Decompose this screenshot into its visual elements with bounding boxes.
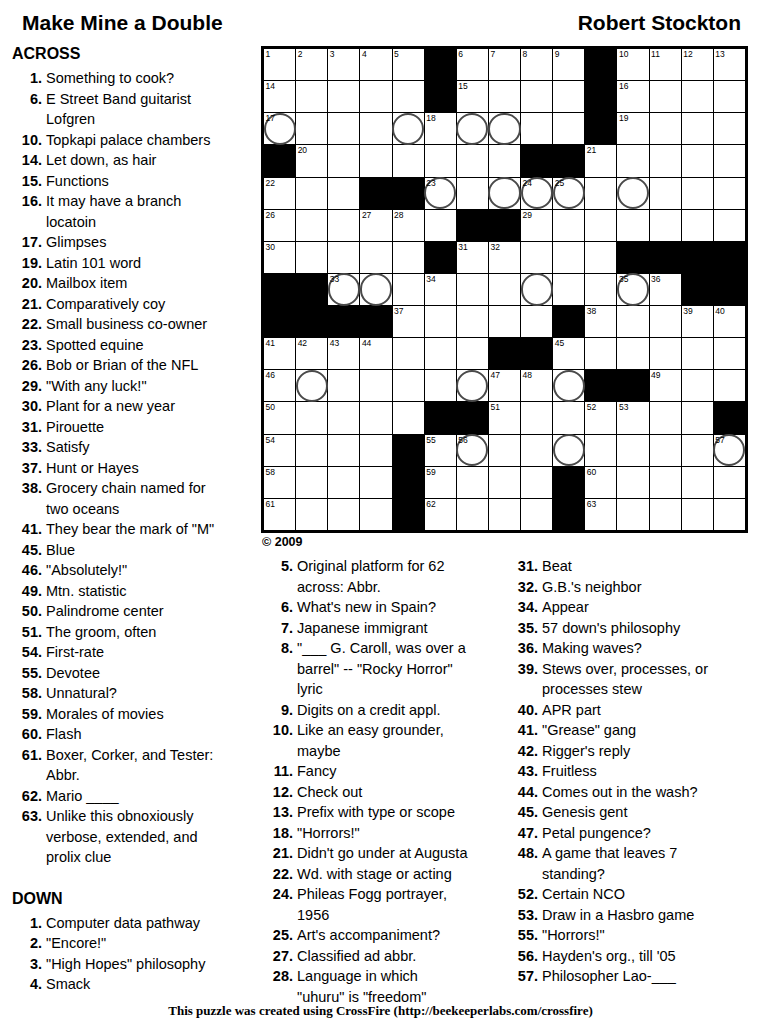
- grid-cell[interactable]: [425, 338, 456, 369]
- block-cell: [650, 242, 681, 273]
- grid-cell[interactable]: 52: [585, 402, 616, 433]
- clue-text: Mailbox item: [46, 273, 262, 294]
- grid-cell[interactable]: [457, 274, 488, 305]
- grid-cell[interactable]: [585, 178, 616, 209]
- grid-cell[interactable]: 29: [521, 210, 552, 241]
- clue-number: 54.: [12, 642, 46, 663]
- grid-cell[interactable]: 8: [521, 49, 552, 80]
- clue-text: Japanese immigrant: [297, 618, 505, 639]
- grid-cell[interactable]: [296, 178, 327, 209]
- grid-cell[interactable]: 56: [457, 435, 488, 466]
- clue: 19.Latin 101 word: [12, 253, 262, 274]
- grid-cell[interactable]: 47: [489, 370, 520, 401]
- grid-cell[interactable]: [617, 499, 648, 530]
- clue-text: "___ G. Caroll, was over a barrel" -- "R…: [297, 638, 505, 700]
- grid-cell[interactable]: [360, 145, 391, 176]
- circle-marker: [360, 273, 392, 305]
- cell-number: 17: [266, 113, 275, 123]
- grid-cell[interactable]: [650, 81, 681, 112]
- grid-cell[interactable]: 63: [585, 499, 616, 530]
- clue-number: 55.: [12, 663, 46, 684]
- clue-number: 6.: [12, 89, 46, 130]
- block-cell: [296, 306, 327, 337]
- circle-marker: [392, 113, 424, 145]
- across-clues-column: ACROSS 1.Something to cook?6.E Street Ba…: [12, 44, 262, 995]
- grid-cell[interactable]: 43: [328, 338, 359, 369]
- clue-number: 20.: [12, 273, 46, 294]
- clue-number: 12.: [263, 782, 297, 803]
- clue-text: First-rate: [46, 642, 262, 663]
- grid-cell[interactable]: 49: [650, 370, 681, 401]
- grid-cell[interactable]: [521, 467, 552, 498]
- grid-cell[interactable]: 48: [521, 370, 552, 401]
- grid-cell[interactable]: 22: [264, 178, 295, 209]
- grid-cell[interactable]: [393, 274, 424, 305]
- clue: 20.Mailbox item: [12, 273, 262, 294]
- cell-number: 59: [426, 467, 435, 477]
- clue-number: 59.: [12, 704, 46, 725]
- block-cell: [521, 338, 552, 369]
- grid-cell[interactable]: [296, 81, 327, 112]
- clue-text: Plant for a new year: [46, 396, 262, 417]
- grid-cell[interactable]: [714, 467, 745, 498]
- grid-cell[interactable]: [714, 370, 745, 401]
- block-cell: [264, 274, 295, 305]
- cell-number: 1: [266, 49, 271, 59]
- grid-cell[interactable]: 54: [264, 435, 295, 466]
- clue-text: Check out: [297, 782, 505, 803]
- grid-cell[interactable]: 25: [553, 178, 584, 209]
- clue: 23.Spotted equine: [12, 335, 262, 356]
- grid-cell[interactable]: [360, 402, 391, 433]
- cell-number: 10: [619, 49, 628, 59]
- down-clues-column-2: 5.Original platform for 62 across: Abbr.…: [263, 556, 505, 1007]
- grid-cell[interactable]: [328, 499, 359, 530]
- cell-number: 26: [266, 210, 275, 220]
- cell-number: 33: [330, 274, 339, 284]
- block-cell: [264, 145, 295, 176]
- grid-cell[interactable]: [521, 402, 552, 433]
- grid-cell[interactable]: [457, 178, 488, 209]
- cell-number: 43: [330, 338, 339, 348]
- grid-cell[interactable]: [457, 145, 488, 176]
- grid-cell[interactable]: [650, 467, 681, 498]
- grid-cell[interactable]: [296, 402, 327, 433]
- grid-cell[interactable]: [617, 435, 648, 466]
- grid-cell[interactable]: [360, 274, 391, 305]
- grid-cell[interactable]: 10: [617, 49, 648, 80]
- clue: 27.Classified ad abbr.: [263, 946, 505, 967]
- grid-cell[interactable]: 3: [328, 49, 359, 80]
- grid-cell[interactable]: 23: [425, 178, 456, 209]
- grid-cell[interactable]: [296, 467, 327, 498]
- grid-cell[interactable]: [328, 435, 359, 466]
- grid-cell[interactable]: [360, 242, 391, 273]
- clue-number: 39.: [508, 659, 542, 700]
- block-cell: [585, 113, 616, 144]
- grid-cell[interactable]: 20: [296, 145, 327, 176]
- grid-cell[interactable]: 50: [264, 402, 295, 433]
- grid-cell[interactable]: [521, 435, 552, 466]
- grid-cell[interactable]: [328, 370, 359, 401]
- grid-cell[interactable]: [360, 81, 391, 112]
- grid-cell[interactable]: [393, 145, 424, 176]
- block-cell: [360, 178, 391, 209]
- grid-cell[interactable]: 33: [328, 274, 359, 305]
- grid-cell[interactable]: 17: [264, 113, 295, 144]
- clue-number: 10.: [12, 130, 46, 151]
- grid-cell[interactable]: [553, 113, 584, 144]
- grid-cell[interactable]: [457, 113, 488, 144]
- clue-text: Something to cook?: [46, 68, 262, 89]
- grid-cell[interactable]: [585, 435, 616, 466]
- grid-cell[interactable]: 42: [296, 338, 327, 369]
- grid-cell[interactable]: [457, 499, 488, 530]
- clue-text: Didn't go under at Augusta: [297, 843, 505, 864]
- clue: 41.They bear the mark of "M": [12, 519, 262, 540]
- grid-cell[interactable]: 46: [264, 370, 295, 401]
- clue-text: Pirouette: [46, 417, 262, 438]
- clue-number: 19.: [12, 253, 46, 274]
- grid-cell[interactable]: [521, 81, 552, 112]
- cell-number: 45: [555, 338, 564, 348]
- clue: 48.A game that leaves 7 standing?: [508, 843, 760, 884]
- clue-number: 16.: [12, 191, 46, 232]
- grid-cell[interactable]: [682, 467, 713, 498]
- grid-cell[interactable]: 45: [553, 338, 584, 369]
- grid-cell[interactable]: [585, 274, 616, 305]
- grid-cell[interactable]: [489, 178, 520, 209]
- grid-cell[interactable]: 4: [360, 49, 391, 80]
- clue: 5.Original platform for 62 across: Abbr.: [263, 556, 505, 597]
- grid-cell[interactable]: 59: [425, 467, 456, 498]
- grid-cell[interactable]: [296, 435, 327, 466]
- clue: 16.It may have a branch locatoin: [12, 191, 262, 232]
- grid-cell[interactable]: [714, 338, 745, 369]
- grid-cell[interactable]: [360, 370, 391, 401]
- clue-number: 13.: [263, 802, 297, 823]
- grid-cell[interactable]: [714, 210, 745, 241]
- grid-cell[interactable]: 16: [617, 81, 648, 112]
- grid-cell[interactable]: [585, 210, 616, 241]
- grid-cell[interactable]: 39: [682, 306, 713, 337]
- grid-cell[interactable]: 36: [650, 274, 681, 305]
- grid-cell[interactable]: [585, 242, 616, 273]
- across-clue-list: 1.Something to cook?6.E Street Band guit…: [12, 68, 262, 868]
- grid-cell[interactable]: 5: [393, 49, 424, 80]
- grid-cell[interactable]: [328, 178, 359, 209]
- grid-cell[interactable]: [617, 210, 648, 241]
- grid-cell[interactable]: [296, 242, 327, 273]
- clue-number: 32.: [508, 577, 542, 598]
- grid-cell[interactable]: [521, 306, 552, 337]
- grid-cell[interactable]: 32: [489, 242, 520, 273]
- grid-cell[interactable]: 27: [360, 210, 391, 241]
- grid-cell[interactable]: [617, 467, 648, 498]
- grid-cell[interactable]: [650, 113, 681, 144]
- grid-cell[interactable]: 21: [585, 145, 616, 176]
- grid-cell[interactable]: 11: [650, 49, 681, 80]
- clue-text: Genesis gent: [542, 802, 760, 823]
- clue: 11.Fancy: [263, 761, 505, 782]
- grid-cell[interactable]: [521, 113, 552, 144]
- cell-number: 55: [426, 435, 435, 445]
- grid-cell[interactable]: [328, 81, 359, 112]
- grid-cell[interactable]: 38: [585, 306, 616, 337]
- grid-cell[interactable]: 53: [617, 402, 648, 433]
- block-cell: [553, 499, 584, 530]
- block-cell: [393, 435, 424, 466]
- clue-number: 42.: [508, 741, 542, 762]
- grid-cell[interactable]: [393, 370, 424, 401]
- grid-cell[interactable]: [296, 499, 327, 530]
- grid-cell[interactable]: [682, 210, 713, 241]
- grid-cell[interactable]: 57: [714, 435, 745, 466]
- grid-cell[interactable]: [553, 402, 584, 433]
- cell-number: 47: [490, 370, 499, 380]
- grid-cell[interactable]: [328, 242, 359, 273]
- clue-text: Unlike this obnoxiously verbose, extende…: [46, 806, 262, 868]
- grid-cell[interactable]: [650, 435, 681, 466]
- grid-cell[interactable]: [553, 81, 584, 112]
- grid-cell[interactable]: [553, 370, 584, 401]
- grid-cell[interactable]: [393, 81, 424, 112]
- clue-number: 40.: [508, 700, 542, 721]
- grid-cell[interactable]: [296, 210, 327, 241]
- cell-number: 16: [619, 81, 628, 91]
- grid-cell[interactable]: [553, 242, 584, 273]
- grid-cell[interactable]: [457, 467, 488, 498]
- clue: 60.Flash: [12, 724, 262, 745]
- grid-cell[interactable]: [457, 370, 488, 401]
- circle-marker: [456, 113, 488, 145]
- grid-cell[interactable]: 40: [714, 306, 745, 337]
- grid-cell[interactable]: 2: [296, 49, 327, 80]
- grid-cell[interactable]: [682, 370, 713, 401]
- clue-text: Phileas Fogg portrayer, 1956: [297, 884, 505, 925]
- clue-text: Classified ad abbr.: [297, 946, 505, 967]
- grid-cell[interactable]: [425, 210, 456, 241]
- clue-text: Hayden's org., till '05: [542, 946, 760, 967]
- clue: 10.Topkapi palace chambers: [12, 130, 262, 151]
- grid-cell[interactable]: [553, 210, 584, 241]
- grid-cell[interactable]: [650, 210, 681, 241]
- grid-cell[interactable]: 51: [489, 402, 520, 433]
- grid-cell[interactable]: [328, 145, 359, 176]
- grid-cell[interactable]: [360, 435, 391, 466]
- clue-number: 45.: [508, 802, 542, 823]
- grid-cell[interactable]: [617, 178, 648, 209]
- grid-cell[interactable]: 12: [682, 49, 713, 80]
- cell-number: 35: [619, 274, 628, 284]
- clue: 45.Blue: [12, 540, 262, 561]
- grid-cell[interactable]: [553, 274, 584, 305]
- grid-cell[interactable]: [682, 113, 713, 144]
- grid-cell[interactable]: [328, 113, 359, 144]
- block-cell: [553, 145, 584, 176]
- grid-cell[interactable]: 37: [393, 306, 424, 337]
- grid-cell[interactable]: [425, 370, 456, 401]
- grid-cell[interactable]: 9: [553, 49, 584, 80]
- grid-cell[interactable]: 24: [521, 178, 552, 209]
- grid-cell[interactable]: 60: [585, 467, 616, 498]
- grid-cell[interactable]: [489, 499, 520, 530]
- grid-cell[interactable]: 14: [264, 81, 295, 112]
- cell-number: 6: [458, 49, 463, 59]
- grid-cell[interactable]: [489, 467, 520, 498]
- grid-cell[interactable]: [650, 499, 681, 530]
- down-clues-column-3: 31.Beat32.G.B.'s neighbor34.Appear35.57 …: [508, 556, 760, 987]
- grid-cell[interactable]: [489, 274, 520, 305]
- grid-cell[interactable]: [714, 145, 745, 176]
- grid-cell[interactable]: [457, 306, 488, 337]
- grid-cell[interactable]: 6: [457, 49, 488, 80]
- grid-cell[interactable]: [521, 242, 552, 273]
- grid-cell[interactable]: [489, 306, 520, 337]
- clue-text: Appear: [542, 597, 760, 618]
- grid-cell[interactable]: [617, 145, 648, 176]
- grid-cell[interactable]: 18: [425, 113, 456, 144]
- grid-cell[interactable]: [682, 338, 713, 369]
- clue-number: 30.: [12, 396, 46, 417]
- grid-cell[interactable]: [617, 338, 648, 369]
- grid-cell[interactable]: [328, 402, 359, 433]
- grid-cell[interactable]: [393, 338, 424, 369]
- grid-cell[interactable]: [714, 178, 745, 209]
- block-cell: [264, 306, 295, 337]
- grid-cell[interactable]: 7: [489, 49, 520, 80]
- grid-cell[interactable]: 31: [457, 242, 488, 273]
- grid-cell[interactable]: 35: [617, 274, 648, 305]
- grid-cell[interactable]: [650, 306, 681, 337]
- grid-cell[interactable]: 58: [264, 467, 295, 498]
- grid-cell[interactable]: 44: [360, 338, 391, 369]
- clue-number: 33.: [12, 437, 46, 458]
- grid-cell[interactable]: [521, 274, 552, 305]
- cell-number: 15: [458, 81, 467, 91]
- grid-cell[interactable]: [360, 467, 391, 498]
- grid-cell[interactable]: 30: [264, 242, 295, 273]
- grid-cell[interactable]: 41: [264, 338, 295, 369]
- clue: 18."Horrors!": [263, 823, 505, 844]
- grid-cell[interactable]: [457, 338, 488, 369]
- grid-cell[interactable]: 26: [264, 210, 295, 241]
- grid-cell[interactable]: 61: [264, 499, 295, 530]
- block-cell: [425, 49, 456, 80]
- cell-number: 8: [523, 49, 528, 59]
- clue-text: Fancy: [297, 761, 505, 782]
- grid-cell[interactable]: [585, 338, 616, 369]
- block-cell: [553, 306, 584, 337]
- block-cell: [714, 274, 745, 305]
- grid-cell[interactable]: [682, 81, 713, 112]
- grid-cell[interactable]: [328, 467, 359, 498]
- grid-cell[interactable]: [489, 113, 520, 144]
- grid-cell[interactable]: [553, 435, 584, 466]
- clue: 14.Let down, as hair: [12, 150, 262, 171]
- grid-cell[interactable]: [521, 499, 552, 530]
- grid-cell[interactable]: [328, 210, 359, 241]
- clue-number: 58.: [12, 683, 46, 704]
- grid-cell[interactable]: [425, 306, 456, 337]
- grid-cell[interactable]: [682, 402, 713, 433]
- clue-number: 44.: [508, 782, 542, 803]
- grid-cell[interactable]: 62: [425, 499, 456, 530]
- grid-cell[interactable]: [714, 499, 745, 530]
- grid-cell[interactable]: 19: [617, 113, 648, 144]
- grid-cell[interactable]: [650, 338, 681, 369]
- grid-cell[interactable]: [682, 499, 713, 530]
- clue-text: Palindrome center: [46, 601, 262, 622]
- clue-text: "With any luck!": [46, 376, 262, 397]
- clue-number: 41.: [508, 720, 542, 741]
- grid-cell[interactable]: [489, 81, 520, 112]
- cell-number: 39: [683, 306, 692, 316]
- clue-number: 43.: [508, 761, 542, 782]
- clue-text: "Horrors!": [542, 925, 760, 946]
- grid-cell[interactable]: 55: [425, 435, 456, 466]
- clue-text: Flash: [46, 724, 262, 745]
- grid-cell[interactable]: [617, 306, 648, 337]
- grid-cell[interactable]: [489, 145, 520, 176]
- grid-cell[interactable]: [682, 178, 713, 209]
- circle-marker: [488, 177, 520, 209]
- grid-cell[interactable]: [714, 113, 745, 144]
- cell-number: 37: [394, 306, 403, 316]
- clue-number: 24.: [263, 884, 297, 925]
- clue-number: 18.: [263, 823, 297, 844]
- grid-cell[interactable]: 1: [264, 49, 295, 80]
- grid-cell[interactable]: [296, 370, 327, 401]
- circle-marker: [488, 113, 520, 145]
- grid-cell[interactable]: 13: [714, 49, 745, 80]
- grid-cell[interactable]: [650, 145, 681, 176]
- grid-cell[interactable]: [714, 81, 745, 112]
- cell-number: 61: [266, 499, 275, 509]
- grid-cell[interactable]: 15: [457, 81, 488, 112]
- clue-number: 17.: [12, 232, 46, 253]
- clue-text: "Grease" gang: [542, 720, 760, 741]
- grid-cell[interactable]: [682, 145, 713, 176]
- grid-cell[interactable]: [425, 145, 456, 176]
- grid-cell[interactable]: [393, 113, 424, 144]
- clue-number: 21.: [12, 294, 46, 315]
- block-cell: [425, 242, 456, 273]
- clue-number: 35.: [508, 618, 542, 639]
- grid-cell[interactable]: [393, 242, 424, 273]
- circle-marker: [617, 177, 649, 209]
- grid-cell[interactable]: [360, 499, 391, 530]
- grid-cell[interactable]: [650, 178, 681, 209]
- clue-text: E Street Band guitarist Lofgren: [46, 89, 262, 130]
- clue-text: Wd. with stage or acting: [297, 864, 505, 885]
- clue-number: 57.: [508, 966, 542, 987]
- grid-cell[interactable]: [682, 435, 713, 466]
- grid-cell[interactable]: 28: [393, 210, 424, 241]
- grid-cell[interactable]: [489, 435, 520, 466]
- grid-cell[interactable]: [296, 113, 327, 144]
- clue-text: Language in which "uhuru" is "freedom": [297, 966, 505, 1007]
- grid-cell[interactable]: [393, 402, 424, 433]
- clue-number: 55.: [508, 925, 542, 946]
- grid-cell[interactable]: [650, 402, 681, 433]
- grid-cell[interactable]: 34: [425, 274, 456, 305]
- clue: 9.Digits on a credit appl.: [263, 700, 505, 721]
- cell-number: 58: [266, 467, 275, 477]
- clue-text: Rigger's reply: [542, 741, 760, 762]
- clue-text: APR part: [542, 700, 760, 721]
- grid-cell[interactable]: [360, 113, 391, 144]
